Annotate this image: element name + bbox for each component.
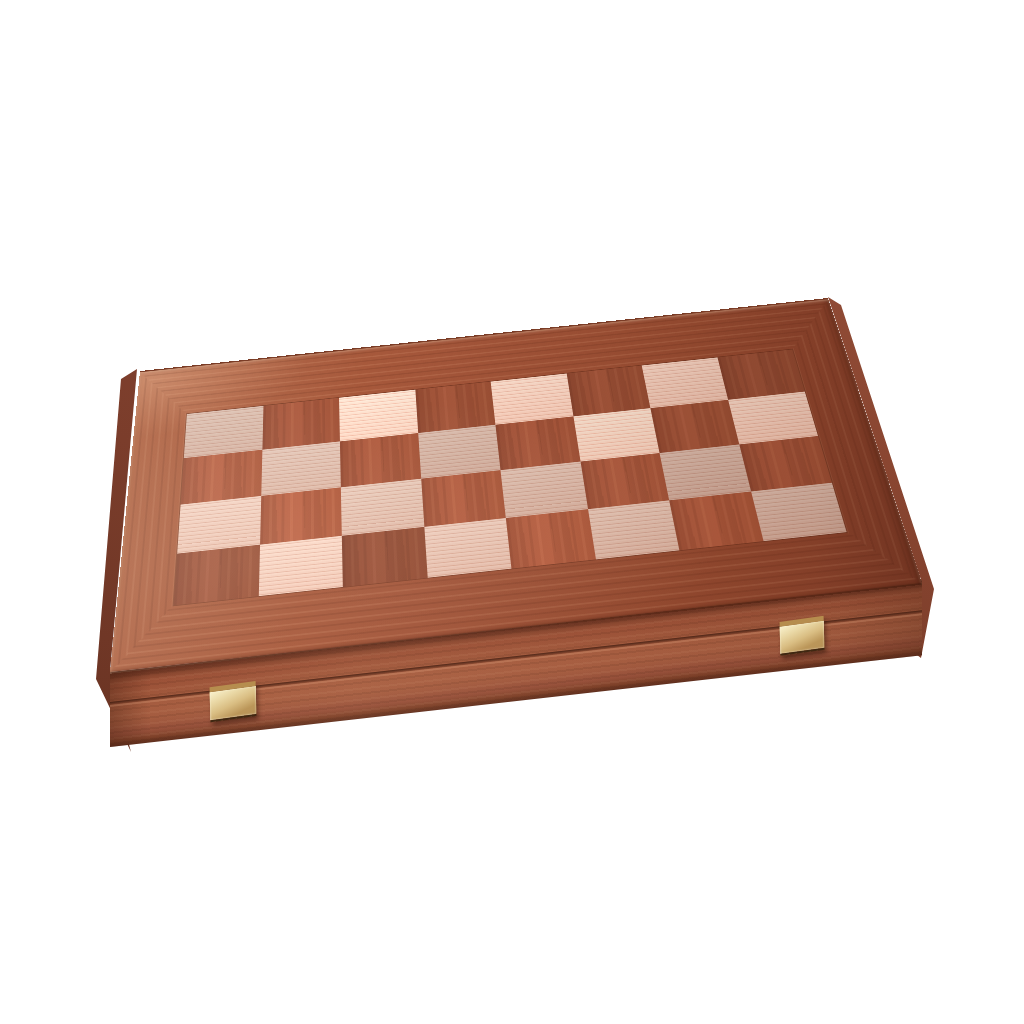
board-square bbox=[588, 500, 680, 559]
board-square bbox=[669, 492, 763, 551]
right-clasp bbox=[780, 616, 825, 656]
board-square bbox=[424, 518, 512, 578]
board-square bbox=[506, 509, 596, 568]
board-square bbox=[174, 545, 260, 606]
left-clasp bbox=[210, 681, 257, 722]
product-photo bbox=[0, 0, 1024, 1024]
board-square bbox=[751, 483, 847, 541]
board-square bbox=[342, 527, 427, 587]
chessboard bbox=[174, 349, 847, 605]
board-square bbox=[258, 536, 343, 596]
